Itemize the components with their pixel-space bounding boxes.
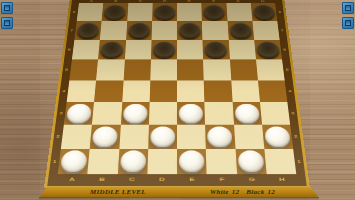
square-c3[interactable]: [120, 102, 149, 125]
square-g4[interactable]: [231, 80, 260, 102]
piece-black-man[interactable]: [256, 41, 280, 58]
square-g8[interactable]: [226, 3, 252, 21]
square-d6[interactable]: [151, 40, 177, 60]
file-labels-near: ABCDEFGH: [57, 176, 298, 184]
coordinate-label: E: [177, 0, 202, 3]
square-c1[interactable]: [117, 149, 148, 174]
piece-black-man[interactable]: [229, 22, 252, 38]
piece-white-man[interactable]: [234, 104, 260, 124]
top-left-upper-button[interactable]: [1, 2, 13, 14]
square-e5[interactable]: [177, 60, 204, 81]
piece-black-man[interactable]: [76, 22, 100, 38]
board-drop-shadow: [39, 197, 319, 200]
square-h8[interactable]: [251, 3, 278, 21]
coordinate-label: H: [250, 0, 275, 3]
coordinate-label: A: [57, 176, 88, 184]
coordinate-label: 7: [277, 21, 287, 40]
square-d7[interactable]: [151, 21, 177, 40]
coordinate-label: F: [207, 176, 237, 184]
coordinate-label: 2: [290, 125, 302, 149]
piece-black-man[interactable]: [179, 22, 201, 38]
square-a7[interactable]: [74, 21, 101, 40]
blue-tile-icon: [4, 20, 10, 26]
square-b6[interactable]: [98, 40, 125, 60]
board-frame: ABCDEFGH ABCDEFGH 87654321 87654321: [44, 0, 310, 188]
square-f1[interactable]: [206, 149, 237, 174]
square-b8[interactable]: [102, 3, 128, 21]
coordinate-label: E: [177, 176, 207, 184]
square-g2[interactable]: [234, 125, 265, 149]
board-front-face-status-bar: MIDDLE LEVEL White12Black12: [40, 187, 318, 197]
piece-black-man[interactable]: [153, 41, 176, 58]
piece-black-man[interactable]: [128, 22, 151, 38]
square-h3[interactable]: [260, 102, 290, 125]
piece-white-man[interactable]: [264, 126, 291, 147]
black-count-value: 12: [267, 188, 275, 196]
coordinate-label: F: [201, 0, 226, 3]
coordinate-label: D: [152, 0, 177, 3]
square-f6[interactable]: [203, 40, 230, 60]
square-e4[interactable]: [177, 80, 205, 102]
piece-white-man[interactable]: [92, 126, 118, 147]
square-d2[interactable]: [148, 125, 177, 149]
blue-tile-icon: [4, 5, 10, 11]
white-count-label: White: [210, 188, 229, 196]
square-h6[interactable]: [254, 40, 282, 60]
coordinate-label: 4: [285, 80, 296, 102]
top-right-upper-button[interactable]: [342, 2, 354, 14]
piece-white-man[interactable]: [123, 104, 148, 124]
coordinate-label: A: [79, 0, 104, 3]
square-d5[interactable]: [150, 60, 177, 81]
coordinate-label: 5: [282, 60, 293, 81]
square-e7[interactable]: [177, 21, 203, 40]
coordinate-label: H: [267, 176, 298, 184]
square-c8[interactable]: [127, 3, 153, 21]
coordinate-label: 3: [287, 102, 298, 125]
square-f8[interactable]: [202, 3, 228, 21]
piece-white-man[interactable]: [150, 126, 175, 147]
board-grid: [58, 3, 297, 174]
coordinate-label: B: [103, 0, 128, 3]
square-f7[interactable]: [202, 21, 228, 40]
board-3d-plane: ABCDEFGH ABCDEFGH 87654321 87654321: [44, 0, 310, 188]
piece-black-man[interactable]: [104, 4, 127, 19]
blue-tile-icon: [345, 5, 351, 11]
piece-count-readout: White12Black12: [210, 187, 278, 197]
square-a8[interactable]: [77, 3, 104, 21]
square-a5[interactable]: [69, 60, 98, 81]
square-d3[interactable]: [149, 102, 177, 125]
square-b4[interactable]: [94, 80, 123, 102]
checkers-app-screen: ABCDEFGH ABCDEFGH 87654321 87654321 MIDD…: [0, 0, 355, 200]
square-c5[interactable]: [123, 60, 151, 81]
coordinate-label: C: [117, 176, 147, 184]
square-c4[interactable]: [122, 80, 150, 102]
square-c2[interactable]: [119, 125, 149, 149]
square-h1[interactable]: [264, 149, 296, 174]
piece-black-man[interactable]: [154, 4, 176, 19]
square-a6[interactable]: [72, 40, 100, 60]
piece-black-man[interactable]: [100, 41, 124, 58]
square-a1[interactable]: [58, 149, 90, 174]
square-f5[interactable]: [203, 60, 231, 81]
square-h4[interactable]: [258, 80, 288, 102]
square-e2[interactable]: [177, 125, 206, 149]
square-c7[interactable]: [126, 21, 152, 40]
top-left-lower-button[interactable]: [1, 17, 13, 29]
coordinate-label: G: [226, 0, 251, 3]
coordinate-label: G: [237, 176, 268, 184]
square-c6[interactable]: [124, 40, 151, 60]
square-g3[interactable]: [232, 102, 262, 125]
piece-white-man[interactable]: [207, 126, 233, 147]
square-a3[interactable]: [64, 102, 94, 125]
piece-white-man[interactable]: [237, 151, 264, 173]
square-b1[interactable]: [88, 149, 119, 174]
square-b7[interactable]: [100, 21, 127, 40]
square-h5[interactable]: [256, 60, 285, 81]
piece-white-man[interactable]: [120, 151, 146, 173]
square-b2[interactable]: [90, 125, 121, 149]
square-e1[interactable]: [177, 149, 207, 174]
piece-white-man[interactable]: [179, 151, 205, 173]
black-count-label: Black: [246, 188, 264, 196]
coordinate-label: C: [128, 0, 153, 3]
file-labels-far: ABCDEFGH: [79, 0, 275, 3]
square-f3[interactable]: [205, 102, 234, 125]
square-e3[interactable]: [177, 102, 205, 125]
piece-black-man[interactable]: [205, 41, 228, 58]
white-count-value: 12: [232, 188, 240, 196]
top-right-lower-button[interactable]: [342, 17, 354, 29]
blue-tile-icon: [345, 20, 351, 26]
coordinate-label: 8: [275, 3, 285, 21]
square-b5[interactable]: [96, 60, 124, 81]
square-b3[interactable]: [92, 102, 122, 125]
coordinate-label: B: [87, 176, 118, 184]
difficulty-level-label: MIDDLE LEVEL: [90, 187, 146, 197]
square-e6[interactable]: [177, 40, 203, 60]
piece-black-man[interactable]: [252, 4, 275, 19]
piece-white-man[interactable]: [179, 104, 203, 124]
piece-white-man[interactable]: [60, 151, 88, 173]
coordinate-label: 1: [293, 149, 305, 174]
square-d4[interactable]: [149, 80, 177, 102]
square-h2[interactable]: [262, 125, 293, 149]
piece-white-man[interactable]: [66, 104, 92, 124]
square-h7[interactable]: [252, 21, 279, 40]
square-d8[interactable]: [152, 3, 177, 21]
square-a4[interactable]: [67, 80, 97, 102]
square-g6[interactable]: [228, 40, 255, 60]
square-g1[interactable]: [235, 149, 266, 174]
square-a2[interactable]: [61, 125, 92, 149]
square-e8[interactable]: [177, 3, 202, 21]
piece-black-man[interactable]: [203, 4, 225, 19]
square-g5[interactable]: [230, 60, 258, 81]
square-f2[interactable]: [205, 125, 235, 149]
square-d1[interactable]: [147, 149, 177, 174]
square-g7[interactable]: [227, 21, 254, 40]
coordinate-label: 6: [280, 40, 290, 60]
square-f4[interactable]: [204, 80, 232, 102]
coordinate-label: D: [147, 176, 177, 184]
